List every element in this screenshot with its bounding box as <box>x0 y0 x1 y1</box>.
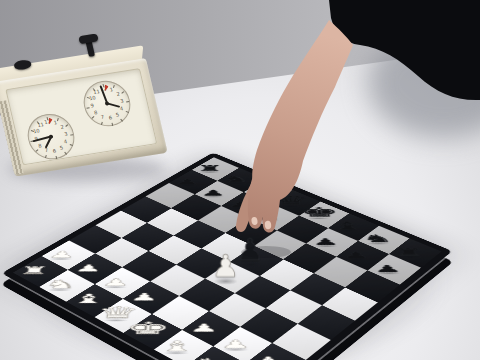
piece-black-rook-h8[interactable]: ♜ <box>389 247 429 257</box>
piece-black-knight-g8[interactable]: ♞ <box>358 233 397 243</box>
photo-scene: 121234567891011 121234567891011 ♜♞♝♛♚♝♞♜… <box>0 0 480 360</box>
piece-black-knight-b8[interactable]: ♞ <box>219 174 253 183</box>
piece-white-bishop-f1[interactable]: ♝ <box>155 339 198 353</box>
piece-white-knight-b1[interactable]: ♞ <box>40 279 81 291</box>
piece-black-pawn-c7[interactable]: ♟ <box>223 200 259 208</box>
square-a3[interactable] <box>69 225 121 253</box>
piece-black-pawn-a7[interactable]: ♟ <box>170 178 205 186</box>
piece-white-king-e1[interactable]: ♚ <box>125 320 168 337</box>
piece-black-king-e8[interactable]: ♚ <box>300 206 337 219</box>
board-grid: ♜♞♝♛♚♝♞♜♟♟♟♟♟♟♟♟♟♟♟♟♟♟♟♟♜♞♝♛♚♝♞♜ <box>13 157 441 360</box>
piece-white-rook-a1[interactable]: ♜ <box>14 265 55 276</box>
piece-black-pawn-d7[interactable]: ♟ <box>250 212 286 220</box>
piece-white-knight-g1[interactable]: ♞ <box>187 357 230 360</box>
chess-board: ♜♞♝♛♚♝♞♜♟♟♟♟♟♟♟♟♟♟♟♟♟♟♟♟♜♞♝♛♚♝♞♜ <box>1 153 452 360</box>
piece-black-pawn-g7[interactable]: ♟ <box>337 250 376 259</box>
piece-black-rook-a8[interactable]: ♜ <box>193 164 227 172</box>
piece-black-pawn-f7[interactable]: ♟ <box>307 237 345 246</box>
piece-white-pawn-e4[interactable]: ♟ <box>206 251 245 282</box>
piece-white-pawn-f2[interactable]: ♟ <box>183 322 224 333</box>
piece-white-pawn-a2[interactable]: ♟ <box>42 250 82 259</box>
piece-black-bishop-f8[interactable]: ♝ <box>328 220 366 231</box>
piece-white-pawn-b2[interactable]: ♟ <box>69 263 109 273</box>
piece-white-pawn-d2[interactable]: ♟ <box>124 292 165 302</box>
piece-white-pawn-c2[interactable]: ♟ <box>96 277 136 287</box>
piece-black-pawn-b7[interactable]: ♟ <box>196 189 231 197</box>
